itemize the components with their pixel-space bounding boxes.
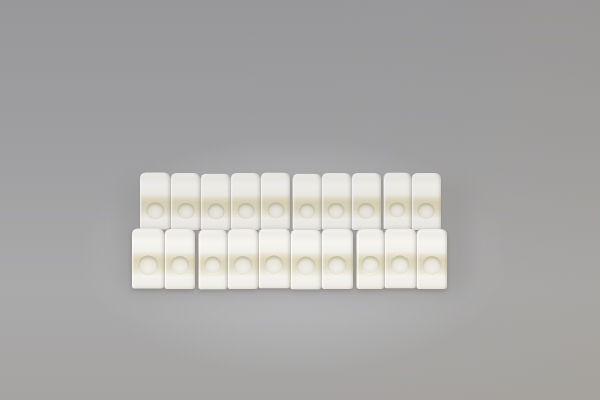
lego-plate: [351, 173, 381, 230]
photo-backdrop: [0, 0, 600, 400]
stud: [296, 257, 315, 276]
stud: [146, 202, 163, 219]
lego-plate: [292, 174, 320, 231]
stud: [267, 202, 284, 219]
brick-row-front: [132, 229, 447, 289]
lego-plate: [230, 173, 260, 230]
lego-plate: [290, 230, 322, 290]
lego-plate: [258, 228, 290, 288]
stud: [422, 256, 441, 275]
lego-plate: [198, 230, 227, 290]
stud: [389, 202, 405, 218]
stud: [328, 203, 345, 220]
stud: [138, 255, 158, 275]
lego-plate: [140, 172, 170, 229]
stud: [299, 203, 315, 219]
stud: [328, 256, 347, 275]
stud: [170, 256, 189, 275]
lego-plate: [383, 172, 411, 229]
lego-plate: [227, 229, 259, 289]
stud: [237, 203, 254, 220]
lego-plate: [260, 172, 290, 229]
lego-plate: [164, 229, 196, 289]
lego-plate: [132, 228, 164, 288]
lego-plate: [200, 174, 230, 231]
stud: [233, 256, 252, 275]
lego-plate: [356, 229, 385, 289]
lego-plate: [321, 173, 351, 230]
stud: [362, 256, 379, 273]
stud: [204, 257, 221, 274]
stud: [358, 203, 375, 220]
stud: [391, 255, 410, 274]
stud: [418, 203, 435, 220]
stud: [177, 203, 194, 220]
lego-plate: [416, 229, 448, 289]
lego-plate: [170, 173, 200, 230]
lego-plate: [411, 173, 441, 230]
stud: [265, 255, 284, 274]
lego-plate: [321, 229, 353, 289]
stud: [207, 203, 224, 220]
brick-row-back: [140, 173, 441, 230]
lego-plate: [384, 228, 416, 288]
